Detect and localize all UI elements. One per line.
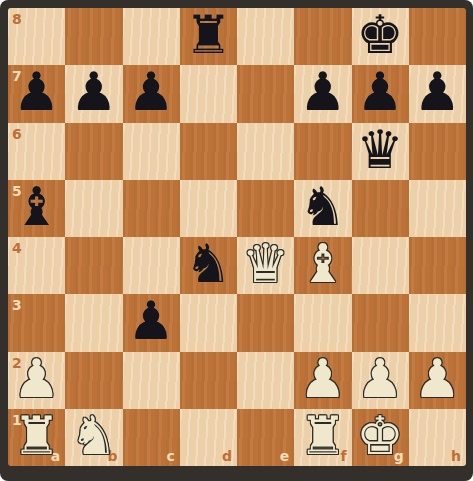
square-g3[interactable] [352,294,409,351]
square-c8[interactable] [123,8,180,65]
black-knight[interactable]: ♞ [185,235,233,292]
square-g8[interactable]: ♚ [352,8,409,65]
square-h8[interactable] [409,8,466,65]
white-queen[interactable]: ♛ [242,235,290,292]
square-c7[interactable]: ♟ [123,65,180,122]
square-e2[interactable] [237,352,294,409]
square-b6[interactable] [65,123,122,180]
square-b5[interactable] [65,180,122,237]
white-knight[interactable]: ♞ [70,407,118,464]
square-d2[interactable] [180,352,237,409]
square-h4[interactable] [409,237,466,294]
square-b3[interactable] [65,294,122,351]
file-label-h: h [451,449,461,463]
square-g4[interactable] [352,237,409,294]
square-c4[interactable] [123,237,180,294]
square-e5[interactable] [237,180,294,237]
square-f1[interactable]: f♜ [294,409,351,466]
square-e7[interactable] [237,65,294,122]
file-label-e: e [280,449,290,463]
white-pawn[interactable]: ♟ [299,350,347,407]
square-g5[interactable] [352,180,409,237]
square-f7[interactable]: ♟ [294,65,351,122]
square-b8[interactable] [65,8,122,65]
square-h6[interactable] [409,123,466,180]
file-label-c: c [166,449,174,463]
black-rook[interactable]: ♜ [185,8,233,63]
black-pawn[interactable]: ♟ [13,63,61,120]
square-d4[interactable]: ♞ [180,237,237,294]
square-a7[interactable]: 7♟ [8,65,65,122]
black-pawn[interactable]: ♟ [127,63,175,120]
square-c1[interactable]: c [123,409,180,466]
square-d3[interactable] [180,294,237,351]
square-h5[interactable] [409,180,466,237]
rank-label-6: 6 [12,127,22,141]
rank-label-3: 3 [12,298,22,312]
black-pawn[interactable]: ♟ [356,63,404,120]
square-a3[interactable]: 3 [8,294,65,351]
black-knight[interactable]: ♞ [299,178,347,235]
file-label-d: d [222,449,232,463]
square-e3[interactable] [237,294,294,351]
square-c6[interactable] [123,123,180,180]
square-g7[interactable]: ♟ [352,65,409,122]
square-g1[interactable]: g♚ [352,409,409,466]
white-rook[interactable]: ♜ [299,407,347,464]
board-frame: 8♜♚7♟♟♟♟♟♟6♛5♝♞4♞♛♝3♟2♟♟♟♟1a♜b♞cdef♜g♚h [0,0,473,481]
square-g6[interactable]: ♛ [352,123,409,180]
black-pawn[interactable]: ♟ [414,63,462,120]
square-g2[interactable]: ♟ [352,352,409,409]
square-a2[interactable]: 2♟ [8,352,65,409]
square-f5[interactable]: ♞ [294,180,351,237]
square-f8[interactable] [294,8,351,65]
white-bishop[interactable]: ♝ [299,235,347,292]
black-king[interactable]: ♚ [356,8,404,63]
square-a5[interactable]: 5♝ [8,180,65,237]
square-a8[interactable]: 8 [8,8,65,65]
square-h2[interactable]: ♟ [409,352,466,409]
square-c2[interactable] [123,352,180,409]
black-pawn[interactable]: ♟ [127,292,175,349]
square-b4[interactable] [65,237,122,294]
square-h7[interactable]: ♟ [409,65,466,122]
rank-label-4: 4 [12,241,22,255]
square-a4[interactable]: 4 [8,237,65,294]
black-pawn[interactable]: ♟ [70,63,118,120]
square-h3[interactable] [409,294,466,351]
square-e6[interactable] [237,123,294,180]
square-b2[interactable] [65,352,122,409]
square-d8[interactable]: ♜ [180,8,237,65]
square-f2[interactable]: ♟ [294,352,351,409]
square-f6[interactable] [294,123,351,180]
square-e1[interactable]: e [237,409,294,466]
black-queen[interactable]: ♛ [356,121,404,178]
square-d6[interactable] [180,123,237,180]
white-pawn[interactable]: ♟ [414,350,462,407]
square-d7[interactable] [180,65,237,122]
square-h1[interactable]: h [409,409,466,466]
white-pawn[interactable]: ♟ [13,350,61,407]
square-a1[interactable]: 1a♜ [8,409,65,466]
square-d1[interactable]: d [180,409,237,466]
square-b1[interactable]: b♞ [65,409,122,466]
square-c5[interactable] [123,180,180,237]
square-d5[interactable] [180,180,237,237]
square-f3[interactable] [294,294,351,351]
rank-label-8: 8 [12,12,22,26]
square-e4[interactable]: ♛ [237,237,294,294]
square-c3[interactable]: ♟ [123,294,180,351]
black-pawn[interactable]: ♟ [299,63,347,120]
white-rook[interactable]: ♜ [13,407,61,464]
chess-board: 8♜♚7♟♟♟♟♟♟6♛5♝♞4♞♛♝3♟2♟♟♟♟1a♜b♞cdef♜g♚h [8,8,466,466]
white-king[interactable]: ♚ [356,407,404,464]
square-f4[interactable]: ♝ [294,237,351,294]
square-e8[interactable] [237,8,294,65]
black-bishop[interactable]: ♝ [13,178,61,235]
square-b7[interactable]: ♟ [65,65,122,122]
square-a6[interactable]: 6 [8,123,65,180]
white-pawn[interactable]: ♟ [356,350,404,407]
